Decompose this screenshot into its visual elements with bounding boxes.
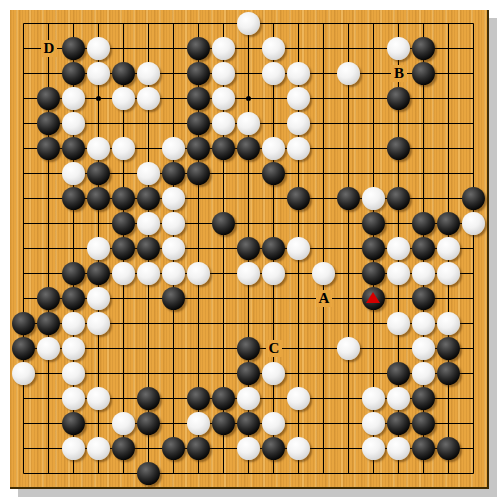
white-stone[interactable] [87, 437, 110, 460]
black-stone[interactable] [187, 162, 210, 185]
black-stone[interactable] [237, 412, 260, 435]
black-stone[interactable] [112, 212, 135, 235]
black-stone[interactable] [287, 187, 310, 210]
black-stone[interactable] [212, 387, 235, 410]
point-label-b: B [391, 65, 407, 82]
black-stone[interactable] [412, 287, 435, 310]
black-stone[interactable] [62, 62, 85, 85]
white-stone[interactable] [362, 187, 385, 210]
black-stone[interactable] [237, 362, 260, 385]
white-stone[interactable] [412, 262, 435, 285]
black-stone[interactable] [37, 137, 60, 160]
white-stone[interactable] [462, 212, 485, 235]
black-stone[interactable] [412, 37, 435, 60]
black-stone[interactable] [12, 337, 35, 360]
black-stone[interactable] [87, 187, 110, 210]
white-stone[interactable] [62, 112, 85, 135]
black-stone[interactable] [387, 137, 410, 160]
white-stone[interactable] [237, 437, 260, 460]
black-stone[interactable] [187, 112, 210, 135]
black-stone[interactable] [212, 137, 235, 160]
white-stone[interactable] [87, 137, 110, 160]
white-stone[interactable] [62, 437, 85, 460]
white-stone[interactable] [162, 137, 185, 160]
go-board[interactable]: ABCD [10, 10, 489, 489]
white-stone[interactable] [162, 187, 185, 210]
white-stone[interactable] [387, 262, 410, 285]
black-stone[interactable] [437, 362, 460, 385]
white-stone[interactable] [287, 437, 310, 460]
white-stone[interactable] [62, 87, 85, 110]
white-stone[interactable] [437, 312, 460, 335]
black-stone[interactable] [362, 237, 385, 260]
black-stone[interactable] [37, 312, 60, 335]
black-stone[interactable] [37, 112, 60, 135]
black-stone[interactable] [437, 337, 460, 360]
black-stone[interactable] [162, 287, 185, 310]
white-stone[interactable] [212, 112, 235, 135]
white-stone[interactable] [212, 62, 235, 85]
white-stone[interactable] [362, 412, 385, 435]
black-stone[interactable] [112, 237, 135, 260]
black-stone[interactable] [262, 162, 285, 185]
black-stone[interactable] [187, 387, 210, 410]
white-stone[interactable] [362, 437, 385, 460]
black-stone[interactable] [37, 87, 60, 110]
white-stone[interactable] [387, 237, 410, 260]
white-stone[interactable] [137, 262, 160, 285]
white-stone[interactable] [262, 412, 285, 435]
black-stone[interactable] [137, 412, 160, 435]
black-stone[interactable] [62, 262, 85, 285]
white-stone[interactable] [12, 362, 35, 385]
black-stone[interactable] [362, 262, 385, 285]
white-stone[interactable] [112, 137, 135, 160]
white-stone[interactable] [87, 237, 110, 260]
white-stone[interactable] [287, 87, 310, 110]
white-stone[interactable] [87, 287, 110, 310]
black-stone[interactable] [112, 187, 135, 210]
white-stone[interactable] [412, 362, 435, 385]
white-stone[interactable] [162, 237, 185, 260]
black-stone[interactable] [412, 387, 435, 410]
white-stone[interactable] [212, 87, 235, 110]
black-stone[interactable] [412, 62, 435, 85]
white-stone[interactable] [387, 387, 410, 410]
white-stone[interactable] [262, 137, 285, 160]
black-stone[interactable] [162, 162, 185, 185]
white-stone[interactable] [237, 262, 260, 285]
white-stone[interactable] [287, 237, 310, 260]
white-stone[interactable] [387, 37, 410, 60]
point-label-a: A [316, 290, 332, 307]
black-stone[interactable] [187, 137, 210, 160]
black-stone[interactable] [137, 187, 160, 210]
white-stone[interactable] [262, 262, 285, 285]
black-stone[interactable] [162, 437, 185, 460]
black-stone[interactable] [412, 437, 435, 460]
black-stone[interactable] [137, 387, 160, 410]
white-stone[interactable] [112, 262, 135, 285]
white-stone[interactable] [262, 62, 285, 85]
last-move-triangle-marker [366, 292, 380, 303]
white-stone[interactable] [187, 412, 210, 435]
black-stone[interactable] [187, 37, 210, 60]
white-stone[interactable] [137, 212, 160, 235]
white-stone[interactable] [312, 262, 335, 285]
white-stone[interactable] [337, 337, 360, 360]
point-label-c: C [266, 340, 282, 357]
white-stone[interactable] [62, 337, 85, 360]
white-stone[interactable] [262, 362, 285, 385]
white-stone[interactable] [287, 112, 310, 135]
black-stone[interactable] [237, 137, 260, 160]
black-stone[interactable] [212, 212, 235, 235]
black-stone[interactable] [87, 262, 110, 285]
black-stone[interactable] [187, 62, 210, 85]
white-stone[interactable] [187, 262, 210, 285]
white-stone[interactable] [387, 312, 410, 335]
white-stone[interactable] [237, 12, 260, 35]
white-stone[interactable] [62, 362, 85, 385]
black-stone[interactable] [412, 412, 435, 435]
white-stone[interactable] [287, 62, 310, 85]
white-stone[interactable] [137, 162, 160, 185]
white-stone[interactable] [287, 137, 310, 160]
white-stone[interactable] [162, 262, 185, 285]
white-stone[interactable] [137, 87, 160, 110]
black-stone[interactable] [237, 237, 260, 260]
white-stone[interactable] [162, 212, 185, 235]
black-stone[interactable] [62, 37, 85, 60]
black-stone[interactable] [387, 412, 410, 435]
black-stone[interactable] [262, 437, 285, 460]
white-stone[interactable] [212, 37, 235, 60]
white-stone[interactable] [262, 37, 285, 60]
black-stone[interactable] [412, 237, 435, 260]
black-stone[interactable] [62, 187, 85, 210]
white-stone[interactable] [412, 312, 435, 335]
white-stone[interactable] [412, 337, 435, 360]
black-stone[interactable] [87, 162, 110, 185]
white-stone[interactable] [237, 387, 260, 410]
white-stone[interactable] [112, 412, 135, 435]
black-stone[interactable] [437, 437, 460, 460]
black-stone[interactable] [62, 412, 85, 435]
black-stone[interactable] [262, 237, 285, 260]
white-stone[interactable] [87, 312, 110, 335]
black-stone[interactable] [62, 287, 85, 310]
white-stone[interactable] [437, 237, 460, 260]
white-stone[interactable] [337, 62, 360, 85]
black-stone[interactable] [387, 187, 410, 210]
white-stone[interactable] [37, 337, 60, 360]
black-stone[interactable] [237, 337, 260, 360]
black-stone[interactable] [412, 212, 435, 235]
white-stone[interactable] [62, 387, 85, 410]
black-stone[interactable] [387, 87, 410, 110]
black-stone[interactable] [462, 187, 485, 210]
white-stone[interactable] [287, 387, 310, 410]
point-label-d: D [41, 40, 57, 57]
black-stone[interactable] [137, 237, 160, 260]
black-stone[interactable] [212, 412, 235, 435]
black-stone[interactable] [337, 187, 360, 210]
black-stone[interactable] [62, 137, 85, 160]
white-stone[interactable] [362, 387, 385, 410]
black-stone[interactable] [12, 312, 35, 335]
white-stone[interactable] [387, 437, 410, 460]
black-stone[interactable] [112, 437, 135, 460]
black-stone[interactable] [37, 287, 60, 310]
white-stone[interactable] [137, 62, 160, 85]
white-stone[interactable] [62, 162, 85, 185]
white-stone[interactable] [237, 112, 260, 135]
white-stone[interactable] [87, 37, 110, 60]
black-stone[interactable] [362, 212, 385, 235]
white-stone[interactable] [437, 262, 460, 285]
white-stone[interactable] [62, 312, 85, 335]
black-stone[interactable] [137, 462, 160, 485]
black-stone[interactable] [187, 437, 210, 460]
white-stone[interactable] [87, 387, 110, 410]
white-stone[interactable] [87, 62, 110, 85]
black-stone[interactable] [387, 362, 410, 385]
black-stone[interactable] [187, 87, 210, 110]
black-stone[interactable] [112, 62, 135, 85]
black-stone[interactable] [437, 212, 460, 235]
white-stone[interactable] [112, 87, 135, 110]
